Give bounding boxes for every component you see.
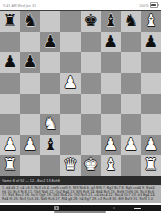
square-e3[interactable]	[81, 114, 101, 135]
square-a4[interactable]	[0, 94, 20, 115]
square-e4[interactable]	[81, 94, 101, 115]
white-knight: ♞	[43, 116, 58, 133]
square-c7[interactable]: ♟	[40, 32, 60, 53]
square-f7[interactable]: ♟	[101, 32, 121, 53]
black-pawn: ♟	[3, 54, 18, 71]
square-b2[interactable]: ♟	[20, 135, 40, 156]
minimize-icon[interactable]	[134, 208, 141, 209]
square-h8[interactable]: ♝	[141, 11, 161, 32]
square-a1[interactable]: ♜	[0, 155, 20, 176]
black-pawn: ♟	[23, 54, 38, 71]
square-e7[interactable]	[81, 32, 101, 53]
square-h6[interactable]	[141, 52, 161, 73]
battery-icon	[150, 2, 159, 7]
square-g7[interactable]	[121, 32, 141, 53]
square-d2[interactable]	[60, 135, 80, 156]
square-e2[interactable]	[81, 135, 101, 156]
square-g2[interactable]: ♟	[121, 135, 141, 156]
black-bishop: ♝	[43, 137, 58, 154]
white-pawn: ♟	[3, 137, 18, 154]
square-f6[interactable]	[101, 52, 121, 73]
white-pawn: ♟	[103, 137, 118, 154]
analysis-text: Game 8 of 52 — 12...Bxc2 13.Bxh8	[2, 179, 60, 183]
square-g6[interactable]	[121, 52, 141, 73]
white-pawn: ♟	[63, 75, 78, 92]
square-g4[interactable]	[121, 94, 141, 115]
square-d6[interactable]	[60, 52, 80, 73]
square-d3[interactable]	[60, 114, 80, 135]
white-rook: ♜	[144, 157, 159, 174]
analysis-bar: Game 8 of 52 — 12...Bxc2 13.Bxh8	[0, 176, 161, 185]
square-b5[interactable]	[20, 73, 40, 94]
white-pawn: ♟	[144, 137, 159, 154]
square-d8[interactable]	[60, 11, 80, 32]
status-bar: 9:41 AM Wed Jan 31 100%	[0, 0, 161, 10]
white-bishop: ♝	[103, 157, 118, 174]
square-b3[interactable]	[20, 114, 40, 135]
square-d1[interactable]: ♛	[60, 155, 80, 176]
square-e5[interactable]	[81, 73, 101, 94]
square-g3[interactable]	[121, 114, 141, 135]
battery-percent: 100%	[139, 3, 148, 7]
black-pawn: ♟	[103, 34, 118, 51]
square-c5[interactable]	[40, 73, 60, 94]
move-list[interactable]: 1. d4 d5 2. c4 e6 3. Nc3 c5 4. cxd5 exd5…	[0, 185, 161, 203]
square-b1[interactable]	[20, 155, 40, 176]
camera-icon[interactable]	[54, 206, 59, 209]
square-a7[interactable]	[0, 32, 20, 53]
status-time-date: 9:41 AM Wed Jan 31	[3, 3, 36, 7]
square-a8[interactable]: ♜	[0, 11, 20, 32]
square-f5[interactable]	[101, 73, 121, 94]
square-e6[interactable]	[81, 52, 101, 73]
square-c2[interactable]: ♝	[40, 135, 60, 156]
square-g1[interactable]	[121, 155, 141, 176]
square-f4[interactable]	[101, 94, 121, 115]
black-knight: ♞	[23, 13, 38, 30]
square-h1[interactable]: ♜	[141, 155, 161, 176]
black-pawn: ♟	[43, 34, 58, 51]
square-a3[interactable]	[0, 114, 20, 135]
battery-fill	[151, 4, 156, 7]
square-h2[interactable]: ♟	[141, 135, 161, 156]
square-e1[interactable]: ♚	[81, 155, 101, 176]
square-f8[interactable]: ♝	[101, 11, 121, 32]
white-king: ♚	[83, 157, 98, 174]
square-d4[interactable]	[60, 94, 80, 115]
square-e8[interactable]: ♚	[81, 11, 101, 32]
black-bishop: ♝	[103, 13, 118, 30]
app-screen: 9:41 AM Wed Jan 31 100% ♜♞♚♝♞♝♟♟♟♟♟♟♞♟♟♝…	[0, 0, 161, 215]
square-c4[interactable]	[40, 94, 60, 115]
square-c3[interactable]: ♞	[40, 114, 60, 135]
square-d7[interactable]	[60, 32, 80, 53]
square-a5[interactable]	[0, 73, 20, 94]
camera-lens-dot	[56, 207, 57, 208]
square-h5[interactable]	[141, 73, 161, 94]
square-f3[interactable]	[101, 114, 121, 135]
battery-nub	[158, 4, 159, 6]
black-rook: ♜	[3, 13, 18, 30]
square-g5[interactable]	[121, 73, 141, 94]
black-pawn: ♟	[144, 34, 159, 51]
square-g8[interactable]: ♞	[121, 11, 141, 32]
white-rook: ♜	[3, 157, 18, 174]
square-c8[interactable]	[40, 11, 60, 32]
home-indicator[interactable]	[54, 211, 106, 213]
move-list-text: 1. d4 d5 2. c4 e6 3. Nc3 c5 4. cxd5 exd5…	[2, 186, 159, 201]
square-c1[interactable]	[40, 155, 60, 176]
square-h7[interactable]: ♟	[141, 32, 161, 53]
square-b4[interactable]	[20, 94, 40, 115]
square-h3[interactable]	[141, 114, 161, 135]
square-c6[interactable]	[40, 52, 60, 73]
black-king: ♚	[83, 13, 98, 30]
square-d5[interactable]: ♟	[60, 73, 80, 94]
square-f2[interactable]: ♟	[101, 135, 121, 156]
square-b6[interactable]: ♟	[20, 52, 40, 73]
square-b7[interactable]	[20, 32, 40, 53]
dot-icon[interactable]	[113, 207, 115, 209]
white-bishop: ♝	[144, 13, 159, 30]
white-pawn: ♟	[23, 137, 38, 154]
white-queen: ♛	[63, 157, 78, 174]
white-pawn: ♟	[123, 137, 138, 154]
square-a6[interactable]: ♟	[0, 52, 20, 73]
black-knight: ♞	[123, 13, 138, 30]
square-b8[interactable]: ♞	[20, 11, 40, 32]
square-f1[interactable]: ♝	[101, 155, 121, 176]
square-h4[interactable]	[141, 94, 161, 115]
square-a2[interactable]: ♟	[0, 135, 20, 156]
chess-board: ♜♞♚♝♞♝♟♟♟♟♟♟♞♟♟♝♟♟♟♜♛♚♝♜	[0, 10, 161, 176]
status-right-cluster: 100%	[120, 0, 158, 11]
